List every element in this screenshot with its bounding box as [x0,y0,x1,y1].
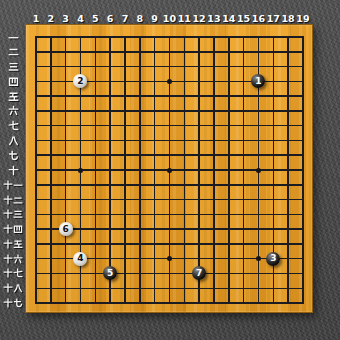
row-label [2,238,24,250]
move-number: 5 [107,269,113,278]
column-label: 18 [281,14,294,24]
row-label [2,297,24,309]
row-label [2,105,24,117]
stone-black-3: 3 [266,252,280,266]
column-label: 3 [62,14,69,24]
column-label: 4 [77,14,84,24]
row-label [2,31,24,43]
row-label [2,61,24,73]
row-label [2,120,24,132]
row-label [2,75,24,87]
column-label: 8 [136,14,143,24]
move-number: 3 [270,254,276,263]
move-number: 1 [255,77,261,86]
column-label: 17 [267,14,280,24]
column-label: 19 [296,14,309,24]
column-label: 6 [107,14,114,24]
column-label: 2 [48,14,55,24]
row-label [2,179,24,191]
row-label [2,267,24,279]
row-label [2,46,24,58]
row-label [2,164,24,176]
column-label: 11 [178,14,191,24]
column-label: 5 [92,14,99,24]
column-label: 14 [222,14,235,24]
row-label [2,282,24,294]
column-label: 10 [163,14,176,24]
stone-white-6: 6 [59,222,73,236]
column-label: 9 [151,14,158,24]
star-point [167,79,172,84]
row-label [2,208,24,220]
row-label [2,223,24,235]
move-number: 2 [77,77,83,86]
star-point [256,168,261,173]
row-label [2,134,24,146]
row-label [2,90,24,102]
column-label: 1 [33,14,40,24]
move-number: 4 [77,254,83,263]
row-label [2,194,24,206]
go-board-scene: 12345678910111213141516171819 1234567 [0,0,340,340]
move-number: 6 [63,225,69,234]
star-point [167,168,172,173]
row-label [2,149,24,161]
star-point [78,168,83,173]
column-label: 12 [193,14,206,24]
column-label: 7 [122,14,129,24]
move-number: 7 [196,269,202,278]
column-label: 13 [207,14,220,24]
row-label [2,253,24,265]
column-label: 16 [252,14,265,24]
column-label: 15 [237,14,250,24]
